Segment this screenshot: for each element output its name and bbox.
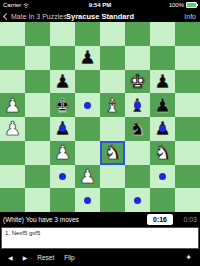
back-label: Mate In 3 Puzzles bbox=[11, 13, 67, 20]
square-c1[interactable] bbox=[50, 188, 75, 212]
square-c6[interactable]: ♟ bbox=[50, 70, 75, 94]
move-list: 1. Nexf5 gxf5 bbox=[1, 227, 199, 249]
white-knight-e3[interactable]: ♞ bbox=[104, 143, 121, 162]
next-move-button[interactable]: ▶ bbox=[23, 255, 28, 261]
square-a8[interactable] bbox=[0, 22, 25, 46]
move-dot-d1[interactable] bbox=[84, 197, 91, 204]
square-b8[interactable] bbox=[25, 22, 50, 46]
square-d8[interactable] bbox=[75, 22, 100, 46]
square-e3[interactable]: ♞ bbox=[100, 141, 125, 165]
back-button[interactable]: Mate In 3 Puzzles bbox=[4, 13, 67, 20]
square-h2[interactable] bbox=[175, 165, 200, 189]
square-b3[interactable] bbox=[25, 141, 50, 165]
square-a7[interactable] bbox=[0, 46, 25, 70]
status-row: (White) You have 3 moves 0:16 0:03 bbox=[0, 212, 200, 227]
black-pawn-g5[interactable]: ♟ bbox=[154, 96, 171, 115]
square-d5[interactable] bbox=[75, 93, 100, 117]
square-f8[interactable] bbox=[125, 22, 150, 46]
square-c3[interactable]: ♟ bbox=[50, 141, 75, 165]
square-f4[interactable]: ♞ bbox=[125, 117, 150, 141]
square-e6[interactable] bbox=[100, 70, 125, 94]
move-dot-f1[interactable] bbox=[134, 197, 141, 204]
move-dot-g2[interactable] bbox=[159, 173, 166, 180]
square-h1[interactable] bbox=[175, 188, 200, 212]
square-b7[interactable] bbox=[25, 46, 50, 70]
white-bishop-e5[interactable]: ♝ bbox=[104, 96, 121, 115]
square-c7[interactable] bbox=[50, 46, 75, 70]
square-f7[interactable] bbox=[125, 46, 150, 70]
square-g7[interactable] bbox=[150, 46, 175, 70]
move-dot-f5[interactable] bbox=[134, 102, 141, 109]
back-chevron-icon bbox=[3, 12, 10, 19]
flip-button[interactable]: Flip bbox=[64, 254, 74, 261]
square-f6[interactable]: ♚ bbox=[125, 70, 150, 94]
square-g3[interactable]: ♞ bbox=[150, 141, 175, 165]
square-e4[interactable] bbox=[100, 117, 125, 141]
square-g8[interactable] bbox=[150, 22, 175, 46]
square-d1[interactable] bbox=[75, 188, 100, 212]
square-b4[interactable] bbox=[25, 117, 50, 141]
square-f3[interactable] bbox=[125, 141, 150, 165]
square-g1[interactable] bbox=[150, 188, 175, 212]
square-d7[interactable]: ♟ bbox=[75, 46, 100, 70]
black-pawn-d7[interactable]: ♟ bbox=[79, 48, 96, 67]
elapsed-timer: 0:16 bbox=[147, 214, 173, 225]
info-button[interactable]: Info bbox=[184, 13, 196, 20]
white-king-f6[interactable]: ♚ bbox=[129, 72, 146, 91]
square-e7[interactable] bbox=[100, 46, 125, 70]
status-bar: Carrier 9:54 PM 100% bbox=[0, 0, 200, 10]
white-pawn-c3[interactable]: ♟ bbox=[54, 143, 71, 162]
square-a4[interactable]: ♟ bbox=[0, 117, 25, 141]
square-f1[interactable] bbox=[125, 188, 150, 212]
black-king-c5[interactable]: ♚ bbox=[54, 96, 71, 115]
turn-message: (White) You have 3 moves bbox=[3, 216, 79, 223]
square-d4[interactable] bbox=[75, 117, 100, 141]
hint-sparkle-icon[interactable]: ✦ bbox=[185, 253, 192, 262]
square-c5[interactable]: ♚ bbox=[50, 93, 75, 117]
square-d6[interactable] bbox=[75, 70, 100, 94]
square-g4[interactable]: ♟ bbox=[150, 117, 175, 141]
square-d2[interactable]: ♟ bbox=[75, 165, 100, 189]
square-e1[interactable] bbox=[100, 188, 125, 212]
square-h3[interactable] bbox=[175, 141, 200, 165]
white-pawn-a4[interactable]: ♟ bbox=[4, 119, 21, 138]
previous-move-button[interactable]: ◀ bbox=[8, 255, 13, 261]
square-e5[interactable]: ♝ bbox=[100, 93, 125, 117]
square-a1[interactable] bbox=[0, 188, 25, 212]
square-a5[interactable]: ♟ bbox=[0, 93, 25, 117]
square-h8[interactable] bbox=[175, 22, 200, 46]
square-h5[interactable] bbox=[175, 93, 200, 117]
square-g6[interactable]: ♟ bbox=[150, 70, 175, 94]
reset-button[interactable]: Reset bbox=[37, 254, 54, 261]
white-knight-g3[interactable]: ♞ bbox=[154, 143, 171, 162]
white-pawn-a5[interactable]: ♟ bbox=[4, 96, 21, 115]
square-c8[interactable] bbox=[50, 22, 75, 46]
bottom-toolbar: ◀ ▶ Reset Flip ✦ bbox=[0, 249, 200, 266]
square-b2[interactable] bbox=[25, 165, 50, 189]
square-f5[interactable]: ♝ bbox=[125, 93, 150, 117]
square-g2[interactable] bbox=[150, 165, 175, 189]
chess-board[interactable]: ♟♟♚♟♟♚♝♝♟♟♟♞♟♟♞♞♟ bbox=[0, 22, 200, 212]
square-h7[interactable] bbox=[175, 46, 200, 70]
nav-bar: Mate In 3 Puzzles Syracuse Standard Info bbox=[0, 10, 200, 22]
move-dot-d5[interactable] bbox=[84, 102, 91, 109]
square-b6[interactable] bbox=[25, 70, 50, 94]
square-h4[interactable] bbox=[175, 117, 200, 141]
white-pawn-d2[interactable]: ♟ bbox=[79, 167, 96, 186]
square-e8[interactable] bbox=[100, 22, 125, 46]
square-c4[interactable]: ♟ bbox=[50, 117, 75, 141]
square-a6[interactable] bbox=[0, 70, 25, 94]
black-knight-f4[interactable]: ♞ bbox=[129, 119, 146, 138]
battery-percent: 100% bbox=[169, 2, 184, 8]
square-e2[interactable] bbox=[100, 165, 125, 189]
move-dot-c2[interactable] bbox=[59, 173, 66, 180]
square-d3[interactable] bbox=[75, 141, 100, 165]
square-b1[interactable] bbox=[25, 188, 50, 212]
square-h6[interactable] bbox=[175, 70, 200, 94]
black-pawn-g6[interactable]: ♟ bbox=[154, 72, 171, 91]
battery-icon bbox=[186, 2, 197, 8]
square-a3[interactable] bbox=[0, 141, 25, 165]
best-time: 0:03 bbox=[183, 216, 197, 223]
square-c2[interactable] bbox=[50, 165, 75, 189]
square-f2[interactable] bbox=[125, 165, 150, 189]
square-b5[interactable] bbox=[25, 93, 50, 117]
black-pawn-c6[interactable]: ♟ bbox=[54, 72, 71, 91]
square-a2[interactable] bbox=[0, 165, 25, 189]
square-g5[interactable]: ♟ bbox=[150, 93, 175, 117]
